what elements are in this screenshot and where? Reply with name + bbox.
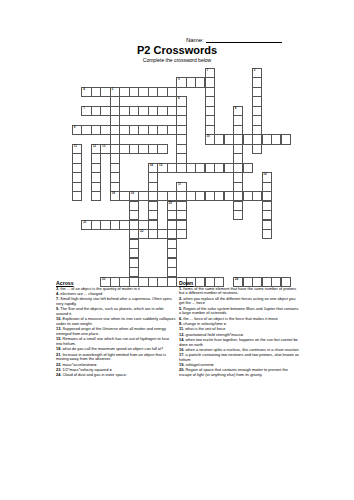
cell-number: 6 — [178, 97, 180, 100]
across-clue-10: 10. Explosion of a massive star when its… — [56, 317, 176, 326]
grid-cell[interactable] — [262, 229, 272, 239]
cell-number: 16 — [263, 173, 266, 176]
cell-number: 22 — [140, 230, 143, 233]
grid-cell[interactable] — [157, 144, 167, 154]
page-title: P2 Crosswords — [0, 44, 354, 56]
cell-number: 2 — [254, 69, 256, 72]
grid-cell[interactable] — [243, 134, 253, 144]
grid-cell[interactable] — [224, 134, 234, 144]
cell-number: 11 — [74, 145, 77, 148]
grid-cell[interactable] — [233, 210, 243, 220]
grid-cell[interactable] — [195, 77, 205, 87]
name-input-line[interactable] — [206, 36, 282, 43]
grid-cell[interactable] — [252, 144, 262, 154]
grid-cell[interactable] — [252, 191, 262, 201]
cell-number: 12 — [93, 145, 96, 148]
across-clue-24: 24. Cloud of dust and gas in outer space… — [56, 373, 176, 378]
grid-cell[interactable] — [91, 191, 101, 201]
grid-cell[interactable] — [100, 125, 110, 135]
cell-number: 13 — [102, 145, 105, 148]
grid-cell[interactable]: 13 — [100, 144, 110, 154]
down-clue-1: 1. forms of the same element that have t… — [179, 287, 301, 296]
down-clue-17: 17. a particle containing two neutrons a… — [179, 353, 301, 362]
grid-cell[interactable] — [100, 106, 110, 116]
cell-number: 15 — [159, 164, 162, 167]
down-clue-list: 1. forms of the same element that have t… — [179, 287, 301, 378]
down-clue-2: 2. when you replace all the different fo… — [179, 297, 301, 306]
across-clue-21: 21. Increase in wavelength of light emit… — [56, 353, 176, 362]
grid-cell[interactable] — [72, 191, 82, 201]
grid-cell[interactable] — [167, 106, 177, 116]
down-header: Down — [179, 281, 301, 286]
page-subtitle: Complete the crossword below — [0, 57, 354, 63]
down-clues: Down 1. forms of the same element that h… — [179, 281, 301, 378]
name-field-row: Name: — [186, 36, 282, 43]
down-clue-14: 14. when two nuclei fuse together, happe… — [179, 338, 301, 347]
grid-cell[interactable] — [224, 163, 234, 173]
cell-number: 20 — [168, 202, 171, 205]
cell-number: 17 — [178, 183, 181, 186]
cell-number: 4 — [83, 88, 85, 91]
across-clue-7: 7. Small high density star left behind a… — [56, 297, 176, 306]
across-clues: Across 3. the ... of an object is the qu… — [56, 281, 176, 378]
grid-cell[interactable] — [224, 191, 234, 201]
cell-number: 7 — [83, 107, 85, 110]
across-clue-9: 9. The Sun and the objects, such as plan… — [56, 307, 176, 316]
across-header: Across — [56, 281, 176, 286]
name-label: Name: — [186, 37, 204, 43]
grid-cell[interactable] — [176, 229, 186, 239]
crossword-grid: 110234518678911121314151617192021222324 — [72, 68, 290, 286]
down-clue-5: 5. Region of the solar system between Ma… — [179, 307, 301, 316]
cell-number: 19 — [131, 192, 134, 195]
grid-cell[interactable] — [243, 163, 253, 173]
cell-number: 8 — [235, 107, 237, 110]
cell-number: 3 — [178, 78, 180, 81]
grid-cell[interactable] — [167, 125, 177, 135]
cell-number: 18 — [112, 192, 115, 195]
worksheet-page: { "page": { "name_label": "Name:", "titl… — [0, 0, 354, 500]
across-clue-15: 15. Remains of a small star which has ru… — [56, 337, 176, 346]
grid-cell[interactable] — [157, 229, 167, 239]
cell-number: 1 — [206, 69, 208, 72]
grid-cell[interactable] — [281, 134, 291, 144]
cell-number: 14 — [150, 164, 153, 167]
grid-cell[interactable] — [119, 220, 129, 230]
across-clue-13: 13. Supposed origin of the Universe when… — [56, 327, 176, 336]
cell-number: 5 — [112, 88, 114, 91]
grid-cell[interactable] — [138, 191, 148, 201]
cell-number: 21 — [83, 221, 86, 224]
down-clue-20: 20. Region of space that contains enough… — [179, 368, 301, 377]
cell-number: 10 — [206, 135, 209, 138]
cell-number: 9 — [74, 126, 76, 129]
across-clue-list: 3. the ... of an object is the quantity … — [56, 287, 176, 378]
